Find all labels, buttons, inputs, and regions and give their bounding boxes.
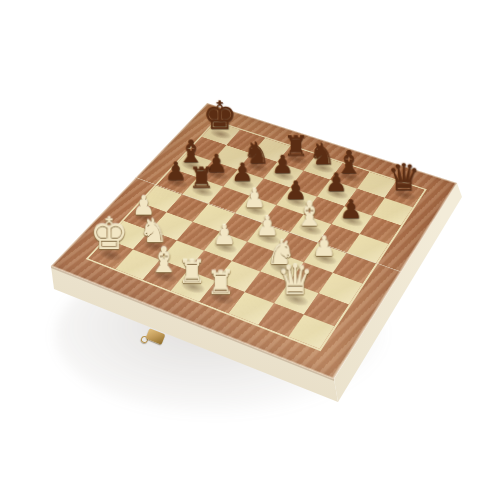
piece-shadow <box>337 213 366 229</box>
piece-shadow <box>95 246 125 263</box>
piece-shadow <box>253 230 283 247</box>
piece-shadow <box>206 289 237 308</box>
piece-shadow <box>139 237 169 254</box>
piece-shadow <box>177 278 208 296</box>
piece-shadow <box>243 159 271 174</box>
piece-shadow <box>203 167 231 182</box>
piece-shadow <box>269 168 297 183</box>
piece-shadow <box>309 250 339 268</box>
piece-shadow <box>210 239 240 256</box>
piece-shadow <box>229 176 257 191</box>
chess-set-photo: ♚♜♞♝♛♞♟♟♝♟♟♟♟♟♜♟♝♟♟♟♟♞♞♛♚♝♜♜ <box>0 0 500 500</box>
piece-shadow <box>130 209 159 225</box>
square-g8 <box>357 172 396 198</box>
piece-shadow <box>207 127 234 141</box>
piece-shadow <box>282 194 311 210</box>
piece-shadow <box>280 290 311 309</box>
piece-shadow <box>178 158 206 173</box>
piece-shadow <box>283 152 310 166</box>
piece-shadow <box>266 259 296 277</box>
square-b4 <box>166 195 208 222</box>
piece-dark-queen-h8: ♛ <box>387 159 420 196</box>
piece-shadow <box>149 267 180 285</box>
